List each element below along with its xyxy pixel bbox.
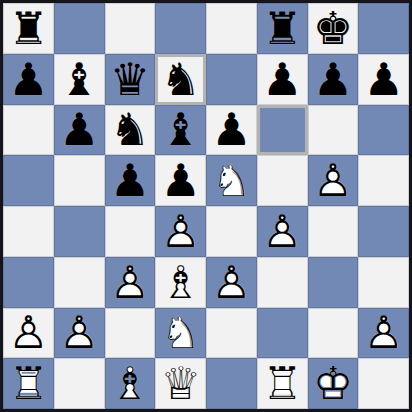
square-h8[interactable] [358,3,409,54]
piece-black-rook[interactable]: ♜ [3,3,54,54]
square-a5[interactable] [3,155,54,206]
square-a4[interactable] [3,206,54,257]
piece-black-king[interactable]: ♚ [308,3,359,54]
square-h1[interactable] [358,358,409,409]
white-bishop-outline-icon: ♗ [105,358,156,409]
square-d5[interactable]: ♟ [155,155,206,206]
black-king-icon: ♚ [308,3,359,54]
chess-board: ♜♜♚♟♝♛♞♟♟♟♟♞♝♟♟♟♞♘♟♙♟♙♟♙♟♙♝♗♟♙♟♙♟♙♞♘♟♙♜♖… [0,0,412,412]
square-e7[interactable] [206,54,257,105]
black-pawn-icon: ♟ [206,105,257,156]
square-h6[interactable] [358,105,409,156]
square-f7[interactable]: ♟ [257,54,308,105]
square-f6[interactable] [257,105,308,156]
piece-white-pawn[interactable]: ♟♙ [105,257,156,308]
black-bishop-icon: ♝ [155,105,206,156]
piece-black-knight[interactable]: ♞ [155,54,206,105]
square-g1[interactable]: ♚♔ [308,358,359,409]
piece-white-rook[interactable]: ♜♖ [257,358,308,409]
square-b4[interactable] [54,206,105,257]
square-a1[interactable]: ♜♖ [3,358,54,409]
piece-black-bishop[interactable]: ♝ [54,54,105,105]
square-d1[interactable]: ♛♕ [155,358,206,409]
square-a3[interactable] [3,257,54,308]
square-d3[interactable]: ♝♗ [155,257,206,308]
square-d2[interactable]: ♞♘ [155,308,206,359]
white-king-outline-icon: ♔ [308,358,359,409]
square-b6[interactable]: ♟ [54,105,105,156]
piece-white-pawn[interactable]: ♟♙ [308,155,359,206]
piece-black-queen[interactable]: ♛ [105,54,156,105]
piece-white-knight[interactable]: ♞♘ [206,155,257,206]
piece-white-pawn[interactable]: ♟♙ [54,308,105,359]
piece-white-pawn[interactable]: ♟♙ [3,308,54,359]
black-pawn-icon: ♟ [105,155,156,206]
square-f2[interactable] [257,308,308,359]
piece-white-queen[interactable]: ♛♕ [155,358,206,409]
square-c7[interactable]: ♛ [105,54,156,105]
white-pawn-outline-icon: ♙ [54,308,105,359]
piece-black-pawn[interactable]: ♟ [54,105,105,156]
square-f1[interactable]: ♜♖ [257,358,308,409]
piece-white-pawn[interactable]: ♟♙ [358,308,409,359]
piece-white-bishop[interactable]: ♝♗ [105,358,156,409]
square-b5[interactable] [54,155,105,206]
piece-white-king[interactable]: ♚♔ [308,358,359,409]
square-h4[interactable] [358,206,409,257]
black-pawn-icon: ♟ [257,54,308,105]
square-e4[interactable] [206,206,257,257]
white-pawn-outline-icon: ♙ [105,257,156,308]
square-h3[interactable] [358,257,409,308]
square-b7[interactable]: ♝ [54,54,105,105]
square-g3[interactable] [308,257,359,308]
piece-black-rook[interactable]: ♜ [257,3,308,54]
square-b2[interactable]: ♟♙ [54,308,105,359]
white-queen-outline-icon: ♕ [155,358,206,409]
black-pawn-icon: ♟ [3,54,54,105]
black-knight-icon: ♞ [105,105,156,156]
square-g2[interactable] [308,308,359,359]
square-g4[interactable] [308,206,359,257]
piece-white-bishop[interactable]: ♝♗ [155,257,206,308]
square-g5[interactable]: ♟♙ [308,155,359,206]
black-queen-icon: ♛ [105,54,156,105]
piece-black-pawn[interactable]: ♟ [155,155,206,206]
black-pawn-icon: ♟ [358,54,409,105]
square-a7[interactable]: ♟ [3,54,54,105]
square-f8[interactable]: ♜ [257,3,308,54]
board-grid: ♜♜♚♟♝♛♞♟♟♟♟♞♝♟♟♟♞♘♟♙♟♙♟♙♟♙♝♗♟♙♟♙♟♙♞♘♟♙♜♖… [3,3,409,409]
square-e1[interactable] [206,358,257,409]
piece-white-pawn[interactable]: ♟♙ [206,257,257,308]
square-h7[interactable]: ♟ [358,54,409,105]
white-pawn-outline-icon: ♙ [155,206,206,257]
piece-black-knight[interactable]: ♞ [105,105,156,156]
square-c4[interactable] [105,206,156,257]
white-pawn-outline-icon: ♙ [257,206,308,257]
square-e6[interactable]: ♟ [206,105,257,156]
square-h5[interactable] [358,155,409,206]
square-h2[interactable]: ♟♙ [358,308,409,359]
piece-black-pawn[interactable]: ♟ [308,54,359,105]
square-d4[interactable]: ♟♙ [155,206,206,257]
square-d8[interactable] [155,3,206,54]
piece-black-pawn[interactable]: ♟ [257,54,308,105]
piece-white-knight[interactable]: ♞♘ [155,308,206,359]
square-e2[interactable] [206,308,257,359]
white-knight-outline-icon: ♘ [155,308,206,359]
white-knight-outline-icon: ♘ [206,155,257,206]
square-g6[interactable] [308,105,359,156]
piece-black-pawn[interactable]: ♟ [206,105,257,156]
square-c6[interactable]: ♞ [105,105,156,156]
piece-black-bishop[interactable]: ♝ [155,105,206,156]
black-knight-icon: ♞ [155,54,206,105]
square-c3[interactable]: ♟♙ [105,257,156,308]
white-pawn-outline-icon: ♙ [206,257,257,308]
black-rook-icon: ♜ [257,3,308,54]
square-e3[interactable]: ♟♙ [206,257,257,308]
piece-black-pawn[interactable]: ♟ [105,155,156,206]
white-pawn-outline-icon: ♙ [3,308,54,359]
piece-white-rook[interactable]: ♜♖ [3,358,54,409]
piece-black-pawn[interactable]: ♟ [358,54,409,105]
white-bishop-outline-icon: ♗ [155,257,206,308]
piece-white-pawn[interactable]: ♟♙ [155,206,206,257]
square-f5[interactable] [257,155,308,206]
square-c2[interactable] [105,308,156,359]
square-c5[interactable]: ♟ [105,155,156,206]
square-d7[interactable]: ♞ [155,54,206,105]
black-bishop-icon: ♝ [54,54,105,105]
white-rook-outline-icon: ♖ [3,358,54,409]
piece-black-pawn[interactable]: ♟ [3,54,54,105]
square-e8[interactable] [206,3,257,54]
square-a2[interactable]: ♟♙ [3,308,54,359]
square-c1[interactable]: ♝♗ [105,358,156,409]
square-b8[interactable] [54,3,105,54]
piece-white-pawn[interactable]: ♟♙ [257,206,308,257]
square-d6[interactable]: ♝ [155,105,206,156]
square-g7[interactable]: ♟ [308,54,359,105]
square-a6[interactable] [3,105,54,156]
square-g8[interactable]: ♚ [308,3,359,54]
black-pawn-icon: ♟ [308,54,359,105]
square-b3[interactable] [54,257,105,308]
square-b1[interactable] [54,358,105,409]
black-pawn-icon: ♟ [155,155,206,206]
black-pawn-icon: ♟ [54,105,105,156]
white-pawn-outline-icon: ♙ [308,155,359,206]
white-rook-outline-icon: ♖ [257,358,308,409]
black-rook-icon: ♜ [3,3,54,54]
square-e5[interactable]: ♞♘ [206,155,257,206]
square-f4[interactable]: ♟♙ [257,206,308,257]
white-pawn-outline-icon: ♙ [358,308,409,359]
square-f3[interactable] [257,257,308,308]
square-a8[interactable]: ♜ [3,3,54,54]
square-c8[interactable] [105,3,156,54]
